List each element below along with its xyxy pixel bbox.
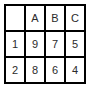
col-header-b: B — [46, 6, 64, 30]
number-grid: A B C 1 9 7 5 2 8 6 4 — [4, 4, 86, 84]
cell-b1: 7 — [46, 32, 64, 56]
cell-c2: 4 — [66, 58, 84, 82]
row-header-2: 2 — [6, 58, 24, 82]
cell-b2: 6 — [46, 58, 64, 82]
cell-a2: 8 — [26, 58, 44, 82]
col-header-c: C — [66, 6, 84, 30]
cell-a1: 9 — [26, 32, 44, 56]
col-header-a: A — [26, 6, 44, 30]
corner-cell — [6, 6, 24, 30]
cell-c1: 5 — [66, 32, 84, 56]
row-header-1: 1 — [6, 32, 24, 56]
